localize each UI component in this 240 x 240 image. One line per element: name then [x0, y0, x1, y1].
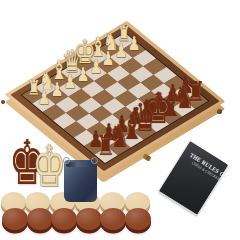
brass-clasp: [142, 153, 151, 161]
checker-dark: [51, 208, 77, 230]
checker-dark: [76, 208, 102, 230]
checker-dark: [2, 208, 28, 230]
drawstring-loop-icon: [91, 157, 98, 164]
rules-booklet: THE RULES OF CHESS & CHECKERS: [157, 140, 228, 215]
storage-pouch: [64, 160, 97, 202]
checker-dark: [125, 208, 151, 230]
product-photo: ♜♞♝♛♚♝♞♜♟♟♟♟♟♟♟♟♟♟♟♟♟♟♟♟♜♞♝♛♚♝♞♜ ♚ ♚ THE…: [0, 0, 240, 240]
extra-light-king: ♚: [32, 137, 66, 194]
hinge-pin-right: [217, 109, 222, 114]
hinge-pin-left: [1, 100, 5, 104]
checker-dark: [100, 208, 126, 230]
checker-dark: [27, 208, 53, 230]
